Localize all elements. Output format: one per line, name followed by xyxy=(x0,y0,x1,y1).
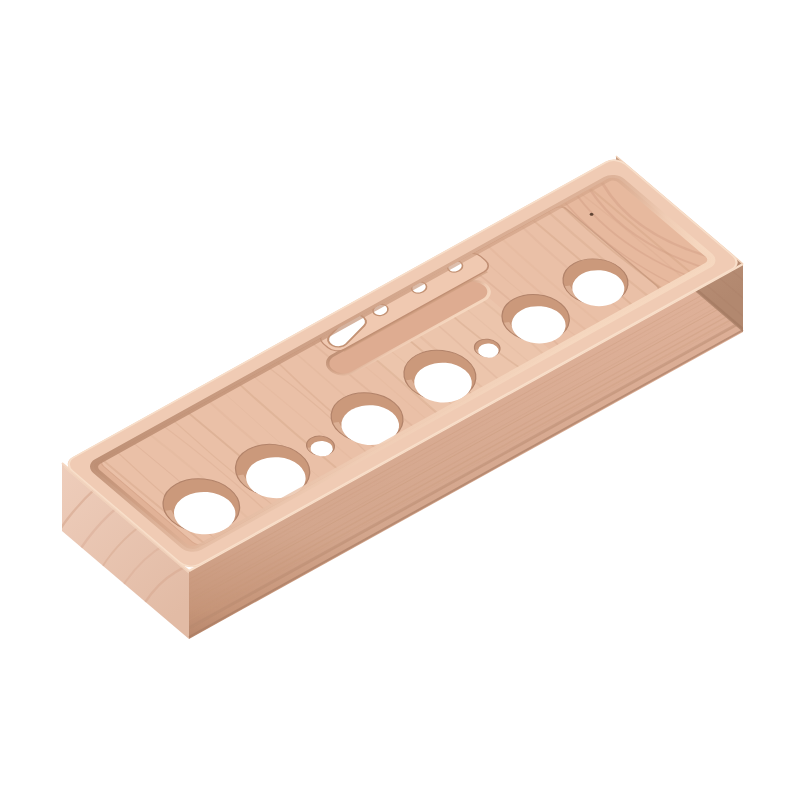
wooden-tray-photo xyxy=(0,0,800,800)
product-photo-canvas xyxy=(0,0,800,800)
